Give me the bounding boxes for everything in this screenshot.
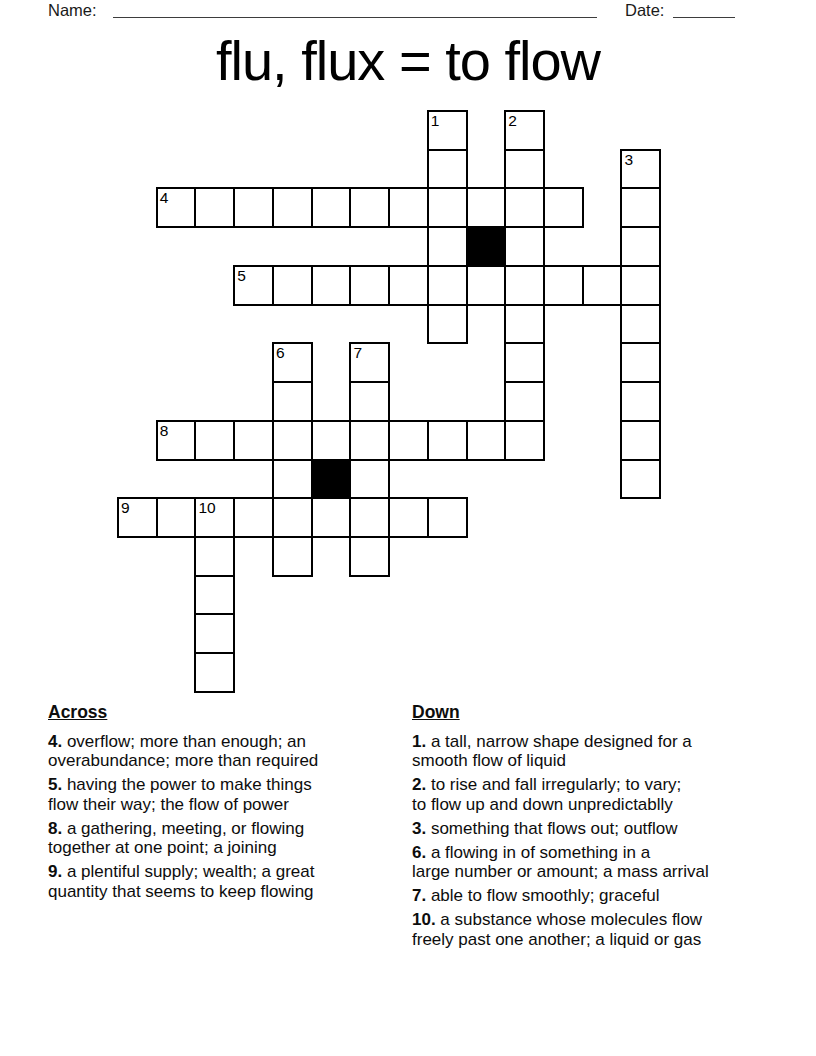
grid-cell[interactable] [504,265,545,306]
grid-cell[interactable] [427,265,468,306]
across-heading: Across [48,703,404,723]
grid-cell[interactable] [620,342,661,383]
date-label: Date: [625,1,664,20]
grid-cell[interactable] [504,381,545,422]
clue-text: a gathering, meeting, or flowing togethe… [48,819,304,858]
grid-cell[interactable] [194,613,235,654]
across-clue-9: 9. a plentiful supply; wealth; a great q… [48,862,404,901]
grid-cell[interactable] [311,187,352,228]
clue-text: overflow; more than enough; an overabund… [48,732,318,771]
clue-text: a flowing in of something in a large num… [412,843,709,882]
cell-number-6: 6 [276,345,285,361]
grid-cell[interactable] [311,265,352,306]
down-clues-section: Down 1. a tall, narrow shape designed fo… [412,703,790,954]
clue-number-label: 7. [412,886,426,905]
grid-cell[interactable] [349,536,390,577]
clue-number-label: 9. [48,862,62,881]
grid-cell[interactable] [272,497,313,538]
clue-number-label: 3. [412,819,426,838]
clue-number-label: 4. [48,732,62,751]
grid-cell[interactable] [311,420,352,461]
down-clue-7: 7. able to flow smoothly; graceful [412,886,790,906]
cell-number-9: 9 [121,500,130,516]
grid-cell[interactable] [194,187,235,228]
grid-cell[interactable] [427,226,468,267]
grid-cell[interactable] [582,265,623,306]
down-clue-1: 1. a tall, narrow shape designed for a s… [412,732,790,771]
down-heading: Down [412,703,790,723]
black-cell [311,459,352,500]
grid-cell[interactable] [272,420,313,461]
down-clue-3: 3. something that flows out; outflow [412,819,790,839]
clue-text: having the power to make things flow the… [48,775,312,814]
clue-number-label: 6. [412,843,426,862]
grid-cell[interactable] [233,420,274,461]
cell-number-1: 1 [431,113,440,129]
down-clue-6: 6. a flowing in of something in a large … [412,843,790,882]
across-clue-8: 8. a gathering, meeting, or flowing toge… [48,819,404,858]
grid-cell[interactable] [233,187,274,228]
grid-cell[interactable] [620,420,661,461]
black-cell [466,226,507,267]
grid-cell[interactable] [388,265,429,306]
grid-cell[interactable] [194,652,235,693]
cell-number-2: 2 [508,113,517,129]
grid-cell[interactable] [427,187,468,228]
name-label: Name: [48,1,97,20]
cell-number-7: 7 [353,345,362,361]
grid-cell[interactable] [504,304,545,345]
grid-cell[interactable] [620,187,661,228]
grid-cell[interactable] [349,187,390,228]
name-blank-line[interactable] [113,17,597,18]
grid-cell[interactable] [194,420,235,461]
clue-text: to rise and fall irregularly; to vary; t… [412,775,681,814]
crossword-worksheet: { "header": { "name_label": "Name:", "da… [0,0,816,1056]
grid-cell[interactable] [620,265,661,306]
puzzle-title: flu, flux = to flow [0,33,816,89]
grid-cell[interactable] [427,420,468,461]
across-clue-4: 4. overflow; more than enough; an overab… [48,732,404,771]
grid-cell[interactable] [349,420,390,461]
cell-number-5: 5 [237,268,246,284]
grid-cell[interactable] [388,497,429,538]
down-clue-list: 1. a tall, narrow shape designed for a s… [412,732,790,950]
grid-cell[interactable] [466,265,507,306]
grid-cell[interactable] [620,381,661,422]
grid-cell[interactable] [427,149,468,190]
across-clue-5: 5. having the power to make things flow … [48,775,404,814]
grid-cell[interactable] [504,226,545,267]
grid-cell[interactable] [272,381,313,422]
down-clue-10: 10. a substance whose molecules flow fre… [412,910,790,949]
across-clues-section: Across 4. overflow; more than enough; an… [48,703,404,906]
grid-cell[interactable] [427,304,468,345]
clue-number-label: 8. [48,819,62,838]
clue-text: a substance whose molecules flow freely … [412,910,702,949]
date-blank-line[interactable] [673,17,735,18]
grid-cell[interactable] [504,149,545,190]
grid-cell[interactable] [543,265,584,306]
clue-text: something that flows out; outflow [426,819,677,838]
grid-cell[interactable] [349,265,390,306]
clue-number-label: 5. [48,775,62,794]
grid-cell[interactable] [466,420,507,461]
grid-cell[interactable] [349,459,390,500]
clue-text: able to flow smoothly; graceful [426,886,659,905]
clue-number-label: 2. [412,775,426,794]
grid-cell[interactable] [504,187,545,228]
grid-cell[interactable] [620,459,661,500]
clue-text: a tall, narrow shape designed for a smoo… [412,732,692,771]
grid-cell[interactable] [272,265,313,306]
clue-number-label: 10. [412,910,436,929]
grid-cell[interactable] [311,497,352,538]
grid-cell[interactable] [194,536,235,577]
grid-cell[interactable] [272,187,313,228]
grid-cell[interactable] [504,420,545,461]
grid-cell[interactable] [272,459,313,500]
clue-number-label: 1. [412,732,426,751]
grid-cell[interactable] [388,187,429,228]
grid-cell[interactable] [388,420,429,461]
grid-cell[interactable] [620,304,661,345]
grid-cell[interactable] [233,497,274,538]
grid-cell[interactable] [156,497,197,538]
clue-text: a plentiful supply; wealth; a great quan… [48,862,315,901]
grid-cell[interactable] [349,381,390,422]
crossword-grid: 12345678910 [117,110,662,693]
grid-cell[interactable] [466,187,507,228]
grid-cell[interactable] [620,226,661,267]
cell-number-8: 8 [160,423,169,439]
cell-number-3: 3 [624,152,633,168]
grid-cell[interactable] [427,497,468,538]
cell-number-4: 4 [160,190,169,206]
grid-cell[interactable] [349,497,390,538]
grid-cell[interactable] [272,536,313,577]
down-clue-2: 2. to rise and fall irregularly; to vary… [412,775,790,814]
grid-cell[interactable] [543,187,584,228]
grid-cell[interactable] [504,342,545,383]
cell-number-10: 10 [198,500,215,516]
grid-cell[interactable] [194,575,235,616]
across-clue-list: 4. overflow; more than enough; an overab… [48,732,404,902]
